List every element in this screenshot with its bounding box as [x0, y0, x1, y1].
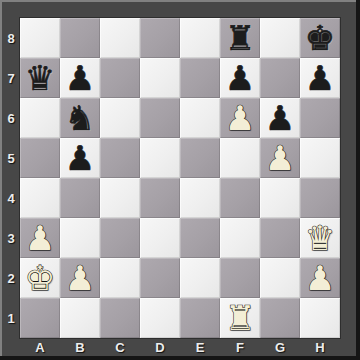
square-d5[interactable] [140, 138, 180, 178]
frame-bevel-bottom [0, 356, 360, 360]
square-e4[interactable] [180, 178, 220, 218]
rank-labels: 87654321 [2, 18, 20, 338]
square-h3[interactable]: ♛ [300, 218, 340, 258]
rank-label-4: 4 [2, 178, 20, 218]
square-g5[interactable]: ♟ [260, 138, 300, 178]
square-d4[interactable] [140, 178, 180, 218]
file-label-c: C [100, 338, 140, 356]
square-a7[interactable]: ♛ [20, 58, 60, 98]
square-d2[interactable] [140, 258, 180, 298]
file-labels: ABCDEFGH [20, 338, 340, 356]
black-pawn[interactable]: ♟ [305, 58, 335, 98]
square-c8[interactable] [100, 18, 140, 58]
square-h7[interactable]: ♟ [300, 58, 340, 98]
white-pawn[interactable]: ♟ [305, 258, 335, 298]
black-pawn[interactable]: ♟ [65, 138, 95, 178]
file-label-g: G [260, 338, 300, 356]
square-b6[interactable]: ♞ [60, 98, 100, 138]
frame-bevel-top [0, 0, 360, 2]
square-d1[interactable] [140, 298, 180, 338]
square-g6[interactable]: ♟ [260, 98, 300, 138]
square-e3[interactable] [180, 218, 220, 258]
square-d3[interactable] [140, 218, 180, 258]
square-a1[interactable] [20, 298, 60, 338]
file-label-h: H [300, 338, 340, 356]
white-pawn[interactable]: ♟ [25, 218, 55, 258]
square-a3[interactable]: ♟ [20, 218, 60, 258]
square-e1[interactable] [180, 298, 220, 338]
black-queen[interactable]: ♛ [25, 58, 55, 98]
board: ♜♚♛♟♟♟♞♟♟♟♟♟♛♚♟♟♜ [20, 18, 340, 338]
black-king[interactable]: ♚ [305, 18, 335, 58]
square-f1[interactable]: ♜ [220, 298, 260, 338]
square-h1[interactable] [300, 298, 340, 338]
square-c5[interactable] [100, 138, 140, 178]
square-a6[interactable] [20, 98, 60, 138]
square-h5[interactable] [300, 138, 340, 178]
white-pawn[interactable]: ♟ [265, 138, 295, 178]
square-b4[interactable] [60, 178, 100, 218]
square-e8[interactable] [180, 18, 220, 58]
square-g8[interactable] [260, 18, 300, 58]
square-b5[interactable]: ♟ [60, 138, 100, 178]
square-f3[interactable] [220, 218, 260, 258]
white-king[interactable]: ♚ [25, 258, 55, 298]
square-g3[interactable] [260, 218, 300, 258]
square-h4[interactable] [300, 178, 340, 218]
square-b2[interactable]: ♟ [60, 258, 100, 298]
black-knight[interactable]: ♞ [65, 98, 95, 138]
white-pawn[interactable]: ♟ [65, 258, 95, 298]
chess-board-window: 87654321 ABCDEFGH ♜♚♛♟♟♟♞♟♟♟♟♟♛♚♟♟♜ [0, 0, 360, 360]
square-d7[interactable] [140, 58, 180, 98]
square-e7[interactable] [180, 58, 220, 98]
square-a5[interactable] [20, 138, 60, 178]
square-c4[interactable] [100, 178, 140, 218]
square-f4[interactable] [220, 178, 260, 218]
rank-label-3: 3 [2, 218, 20, 258]
rank-label-6: 6 [2, 98, 20, 138]
square-a4[interactable] [20, 178, 60, 218]
black-rook[interactable]: ♜ [225, 18, 255, 58]
black-pawn[interactable]: ♟ [225, 58, 255, 98]
square-e6[interactable] [180, 98, 220, 138]
white-rook[interactable]: ♜ [225, 298, 255, 338]
square-f8[interactable]: ♜ [220, 18, 260, 58]
square-f5[interactable] [220, 138, 260, 178]
black-pawn[interactable]: ♟ [65, 58, 95, 98]
file-label-d: D [140, 338, 180, 356]
square-f7[interactable]: ♟ [220, 58, 260, 98]
file-label-f: F [220, 338, 260, 356]
square-h8[interactable]: ♚ [300, 18, 340, 58]
file-label-b: B [60, 338, 100, 356]
white-pawn[interactable]: ♟ [225, 98, 255, 138]
rank-label-2: 2 [2, 258, 20, 298]
square-b3[interactable] [60, 218, 100, 258]
square-g1[interactable] [260, 298, 300, 338]
white-queen[interactable]: ♛ [305, 218, 335, 258]
square-c1[interactable] [100, 298, 140, 338]
square-h6[interactable] [300, 98, 340, 138]
square-g4[interactable] [260, 178, 300, 218]
rank-label-7: 7 [2, 58, 20, 98]
square-c2[interactable] [100, 258, 140, 298]
square-b1[interactable] [60, 298, 100, 338]
rank-label-5: 5 [2, 138, 20, 178]
square-f6[interactable]: ♟ [220, 98, 260, 138]
file-label-a: A [20, 338, 60, 356]
square-d8[interactable] [140, 18, 180, 58]
square-d6[interactable] [140, 98, 180, 138]
square-e5[interactable] [180, 138, 220, 178]
square-b7[interactable]: ♟ [60, 58, 100, 98]
square-c3[interactable] [100, 218, 140, 258]
file-label-e: E [180, 338, 220, 356]
square-f2[interactable] [220, 258, 260, 298]
rank-label-8: 8 [2, 18, 20, 58]
frame-bevel-right [356, 0, 360, 360]
square-a2[interactable]: ♚ [20, 258, 60, 298]
black-pawn[interactable]: ♟ [265, 98, 295, 138]
rank-label-1: 1 [2, 298, 20, 338]
square-g7[interactable] [260, 58, 300, 98]
square-a8[interactable] [20, 18, 60, 58]
square-h2[interactable]: ♟ [300, 258, 340, 298]
square-b8[interactable] [60, 18, 100, 58]
square-c7[interactable] [100, 58, 140, 98]
square-c6[interactable] [100, 98, 140, 138]
square-e2[interactable] [180, 258, 220, 298]
square-g2[interactable] [260, 258, 300, 298]
